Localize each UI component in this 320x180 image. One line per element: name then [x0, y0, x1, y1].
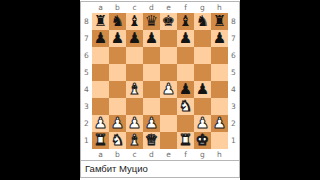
- square-g4[interactable]: ♟: [194, 81, 211, 98]
- black-pawn: ♟: [111, 31, 124, 46]
- square-a6[interactable]: [92, 47, 109, 64]
- square-f1[interactable]: ♜: [177, 132, 194, 149]
- white-pawn: ♟: [162, 82, 175, 97]
- square-c1[interactable]: ♝: [126, 132, 143, 149]
- square-h4[interactable]: [211, 81, 228, 98]
- white-king: ♚: [196, 133, 209, 148]
- white-pawn: ♟: [213, 116, 226, 131]
- rank-label-4: 4: [228, 81, 239, 98]
- file-label-g: g: [194, 149, 211, 160]
- square-h1[interactable]: [211, 132, 228, 149]
- white-pawn: ♟: [145, 116, 158, 131]
- black-pawn: ♟: [179, 31, 192, 46]
- file-labels-bottom: abcdefgh: [81, 149, 239, 160]
- square-e1[interactable]: [160, 132, 177, 149]
- square-h8[interactable]: ♜: [211, 13, 228, 30]
- rank-label-3: 3: [228, 98, 239, 115]
- square-b8[interactable]: ♞: [109, 13, 126, 30]
- file-label-a: a: [92, 149, 109, 160]
- file-label-f: f: [177, 149, 194, 160]
- white-rook: ♜: [94, 133, 107, 148]
- file-label-d: d: [143, 149, 160, 160]
- square-e4[interactable]: ♟: [160, 81, 177, 98]
- rank-labels-right: 87654321: [228, 13, 239, 149]
- black-rook: ♜: [94, 14, 107, 29]
- black-pawn: ♟: [94, 31, 107, 46]
- white-knight: ♞: [179, 99, 192, 114]
- square-e2[interactable]: [160, 115, 177, 132]
- white-pawn: ♟: [94, 116, 107, 131]
- video-frame: { "game": "chess", "caption": "Гамбит Му…: [0, 0, 320, 180]
- white-pawn: ♟: [128, 116, 141, 131]
- square-d1[interactable]: ♛: [143, 132, 160, 149]
- square-f7[interactable]: ♟: [177, 30, 194, 47]
- square-b7[interactable]: ♟: [109, 30, 126, 47]
- black-rook: ♜: [213, 14, 226, 29]
- square-f4[interactable]: ♟: [177, 81, 194, 98]
- square-b6[interactable]: [109, 47, 126, 64]
- square-f2[interactable]: [177, 115, 194, 132]
- coord-spacer: [81, 2, 92, 13]
- square-a1[interactable]: ♜: [92, 132, 109, 149]
- file-label-e: e: [160, 149, 177, 160]
- square-c7[interactable]: ♟: [126, 30, 143, 47]
- square-h7[interactable]: ♟: [211, 30, 228, 47]
- square-e6[interactable]: [160, 47, 177, 64]
- black-pawn: ♟: [145, 31, 158, 46]
- file-label-b: b: [109, 149, 126, 160]
- square-e3[interactable]: [160, 98, 177, 115]
- black-pawn: ♟: [213, 31, 226, 46]
- rank-label-8: 8: [228, 13, 239, 30]
- rank-label-4: 4: [81, 81, 92, 98]
- square-d3[interactable]: [143, 98, 160, 115]
- diagram-caption: Гамбит Муцио: [81, 160, 239, 177]
- square-b3[interactable]: [109, 98, 126, 115]
- square-b2[interactable]: ♟: [109, 115, 126, 132]
- square-f3[interactable]: ♞: [177, 98, 194, 115]
- square-a7[interactable]: ♟: [92, 30, 109, 47]
- black-pawn: ♟: [179, 82, 192, 97]
- square-c2[interactable]: ♟: [126, 115, 143, 132]
- chess-diagram: abcdefgh 87654321 ♜♞♝♛♚♝♞♜♟♟♟♟♟♟♝♟♟♟♞♟♟♟…: [80, 1, 240, 178]
- square-c4[interactable]: ♝: [126, 81, 143, 98]
- square-c8[interactable]: ♝: [126, 13, 143, 30]
- square-g6[interactable]: [194, 47, 211, 64]
- rank-label-6: 6: [81, 47, 92, 64]
- square-d7[interactable]: ♟: [143, 30, 160, 47]
- white-pawn: ♟: [196, 116, 209, 131]
- rank-label-7: 7: [81, 30, 92, 47]
- square-a2[interactable]: ♟: [92, 115, 109, 132]
- square-h3[interactable]: [211, 98, 228, 115]
- square-d4[interactable]: [143, 81, 160, 98]
- black-king: ♚: [162, 14, 175, 29]
- rank-label-5: 5: [81, 64, 92, 81]
- coord-spacer: [228, 149, 239, 160]
- rank-label-3: 3: [81, 98, 92, 115]
- rank-label-8: 8: [81, 13, 92, 30]
- square-e5[interactable]: [160, 64, 177, 81]
- square-g8[interactable]: ♞: [194, 13, 211, 30]
- square-c6[interactable]: [126, 47, 143, 64]
- square-e7[interactable]: [160, 30, 177, 47]
- file-label-h: h: [211, 149, 228, 160]
- square-g1[interactable]: ♚: [194, 132, 211, 149]
- coord-spacer: [228, 2, 239, 13]
- square-a5[interactable]: [92, 64, 109, 81]
- white-rook: ♜: [179, 133, 192, 148]
- chess-board: ♜♞♝♛♚♝♞♜♟♟♟♟♟♟♝♟♟♟♞♟♟♟♟♟♟♜♞♝♛♜♚: [92, 13, 228, 149]
- rank-label-7: 7: [228, 30, 239, 47]
- file-label-c: c: [126, 149, 143, 160]
- square-b4[interactable]: [109, 81, 126, 98]
- rank-label-1: 1: [81, 132, 92, 149]
- black-knight: ♞: [196, 14, 209, 29]
- square-f6[interactable]: [177, 47, 194, 64]
- black-knight: ♞: [111, 14, 124, 29]
- white-knight: ♞: [111, 133, 124, 148]
- square-d8[interactable]: ♛: [143, 13, 160, 30]
- diagram-panel: abcdefgh 87654321 ♜♞♝♛♚♝♞♜♟♟♟♟♟♟♝♟♟♟♞♟♟♟…: [80, 0, 240, 180]
- square-h5[interactable]: [211, 64, 228, 81]
- square-f8[interactable]: ♝: [177, 13, 194, 30]
- rank-label-6: 6: [228, 47, 239, 64]
- rank-label-2: 2: [228, 115, 239, 132]
- rank-label-1: 1: [228, 132, 239, 149]
- square-c5[interactable]: [126, 64, 143, 81]
- square-a8[interactable]: ♜: [92, 13, 109, 30]
- white-pawn: ♟: [111, 116, 124, 131]
- square-g2[interactable]: ♟: [194, 115, 211, 132]
- black-pawn: ♟: [128, 31, 141, 46]
- square-g5[interactable]: [194, 64, 211, 81]
- square-c3[interactable]: [126, 98, 143, 115]
- square-h2[interactable]: ♟: [211, 115, 228, 132]
- square-d5[interactable]: [143, 64, 160, 81]
- square-f5[interactable]: [177, 64, 194, 81]
- square-d2[interactable]: ♟: [143, 115, 160, 132]
- rank-label-2: 2: [81, 115, 92, 132]
- white-bishop: ♝: [128, 82, 141, 97]
- square-a3[interactable]: [92, 98, 109, 115]
- coord-spacer: [81, 149, 92, 160]
- white-queen: ♛: [145, 133, 158, 148]
- white-bishop: ♝: [128, 133, 141, 148]
- black-pawn: ♟: [196, 82, 209, 97]
- square-g7[interactable]: [194, 30, 211, 47]
- black-queen: ♛: [145, 14, 158, 29]
- square-h6[interactable]: [211, 47, 228, 64]
- rank-labels-left: 87654321: [81, 13, 92, 149]
- square-g3[interactable]: [194, 98, 211, 115]
- square-d6[interactable]: [143, 47, 160, 64]
- square-e8[interactable]: ♚: [160, 13, 177, 30]
- black-bishop: ♝: [179, 14, 192, 29]
- rank-label-5: 5: [228, 64, 239, 81]
- black-bishop: ♝: [128, 14, 141, 29]
- square-b1[interactable]: ♞: [109, 132, 126, 149]
- square-a4[interactable]: [92, 81, 109, 98]
- square-b5[interactable]: [109, 64, 126, 81]
